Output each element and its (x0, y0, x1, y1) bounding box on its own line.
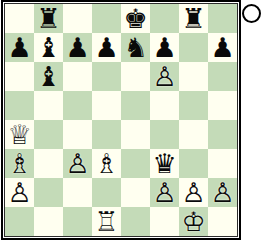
piece-white-bishop: ♗ (7, 149, 31, 178)
square-d7[interactable]: ♟ (92, 33, 121, 62)
square-d3[interactable]: ♗ (92, 149, 121, 178)
piece-white-bishop: ♗ (94, 149, 118, 178)
piece-black-rook: ♜ (181, 4, 205, 33)
piece-black-pawn: ♟ (210, 33, 234, 62)
square-e1[interactable] (121, 207, 150, 236)
piece-white-pawn: ♙ (152, 62, 176, 91)
square-a2[interactable]: ♙ (5, 178, 34, 207)
square-b6[interactable]: ♝ (34, 62, 63, 91)
square-e6[interactable] (121, 62, 150, 91)
piece-black-bishop: ♝ (36, 33, 60, 62)
square-a3[interactable]: ♗ (5, 149, 34, 178)
piece-white-king: ♔ (181, 207, 205, 236)
square-g1[interactable]: ♔ (179, 207, 208, 236)
piece-white-pawn: ♙ (181, 178, 205, 207)
square-h8[interactable] (208, 4, 237, 33)
piece-black-pawn: ♟ (65, 33, 89, 62)
square-g4[interactable] (179, 120, 208, 149)
chess-diagram: ♜♚♜♟♝♟♟♞♟♟♝♙♕♗♙♗♛♙♙♙♙♖♔ (0, 0, 262, 241)
square-h2[interactable]: ♙ (208, 178, 237, 207)
square-b2[interactable] (34, 178, 63, 207)
square-a1[interactable] (5, 207, 34, 236)
square-b5[interactable] (34, 91, 63, 120)
piece-black-queen: ♛ (152, 149, 176, 178)
square-c1[interactable] (63, 207, 92, 236)
square-e3[interactable] (121, 149, 150, 178)
square-f1[interactable] (150, 207, 179, 236)
piece-white-pawn: ♙ (65, 149, 89, 178)
piece-black-pawn: ♟ (152, 33, 176, 62)
square-f7[interactable]: ♟ (150, 33, 179, 62)
square-f3[interactable]: ♛ (150, 149, 179, 178)
square-c5[interactable] (63, 91, 92, 120)
square-e8[interactable]: ♚ (121, 4, 150, 33)
square-g8[interactable]: ♜ (179, 4, 208, 33)
square-a8[interactable] (5, 4, 34, 33)
square-c7[interactable]: ♟ (63, 33, 92, 62)
square-e2[interactable] (121, 178, 150, 207)
square-h5[interactable] (208, 91, 237, 120)
piece-white-rook: ♖ (94, 207, 118, 236)
piece-white-pawn: ♙ (210, 178, 234, 207)
square-g6[interactable] (179, 62, 208, 91)
square-h6[interactable] (208, 62, 237, 91)
square-f8[interactable] (150, 4, 179, 33)
square-d8[interactable] (92, 4, 121, 33)
piece-black-knight: ♞ (123, 33, 147, 62)
square-d1[interactable]: ♖ (92, 207, 121, 236)
square-h7[interactable]: ♟ (208, 33, 237, 62)
square-f2[interactable]: ♙ (150, 178, 179, 207)
square-d4[interactable] (92, 120, 121, 149)
square-a7[interactable]: ♟ (5, 33, 34, 62)
square-a5[interactable] (5, 91, 34, 120)
piece-white-pawn: ♙ (152, 178, 176, 207)
square-c4[interactable] (63, 120, 92, 149)
chess-board: ♜♚♜♟♝♟♟♞♟♟♝♙♕♗♙♗♛♙♙♙♙♖♔ (5, 4, 237, 236)
board-frame: ♜♚♜♟♝♟♟♞♟♟♝♙♕♗♙♗♛♙♙♙♙♖♔ (1, 0, 241, 240)
square-c8[interactable] (63, 4, 92, 33)
piece-black-king: ♚ (123, 4, 147, 33)
board-inner-border: ♜♚♜♟♝♟♟♞♟♟♝♙♕♗♙♗♛♙♙♙♙♖♔ (4, 3, 238, 237)
square-b7[interactable]: ♝ (34, 33, 63, 62)
square-e4[interactable] (121, 120, 150, 149)
square-d2[interactable] (92, 178, 121, 207)
piece-black-pawn: ♟ (94, 33, 118, 62)
square-d6[interactable] (92, 62, 121, 91)
square-f4[interactable] (150, 120, 179, 149)
square-c6[interactable] (63, 62, 92, 91)
square-g5[interactable] (179, 91, 208, 120)
square-f5[interactable] (150, 91, 179, 120)
piece-white-pawn: ♙ (7, 178, 31, 207)
square-e5[interactable] (121, 91, 150, 120)
square-b1[interactable] (34, 207, 63, 236)
piece-black-bishop: ♝ (36, 62, 60, 91)
square-h3[interactable] (208, 149, 237, 178)
square-c2[interactable] (63, 178, 92, 207)
side-to-move-indicator (242, 4, 261, 23)
square-g3[interactable] (179, 149, 208, 178)
piece-black-pawn: ♟ (7, 33, 31, 62)
square-f6[interactable]: ♙ (150, 62, 179, 91)
square-g7[interactable] (179, 33, 208, 62)
piece-white-queen: ♕ (7, 120, 31, 149)
square-b8[interactable]: ♜ (34, 4, 63, 33)
square-b3[interactable] (34, 149, 63, 178)
piece-black-rook: ♜ (36, 4, 60, 33)
square-d5[interactable] (92, 91, 121, 120)
square-e7[interactable]: ♞ (121, 33, 150, 62)
square-b4[interactable] (34, 120, 63, 149)
square-c3[interactable]: ♙ (63, 149, 92, 178)
square-h1[interactable] (208, 207, 237, 236)
square-a4[interactable]: ♕ (5, 120, 34, 149)
square-h4[interactable] (208, 120, 237, 149)
square-a6[interactable] (5, 62, 34, 91)
square-g2[interactable]: ♙ (179, 178, 208, 207)
